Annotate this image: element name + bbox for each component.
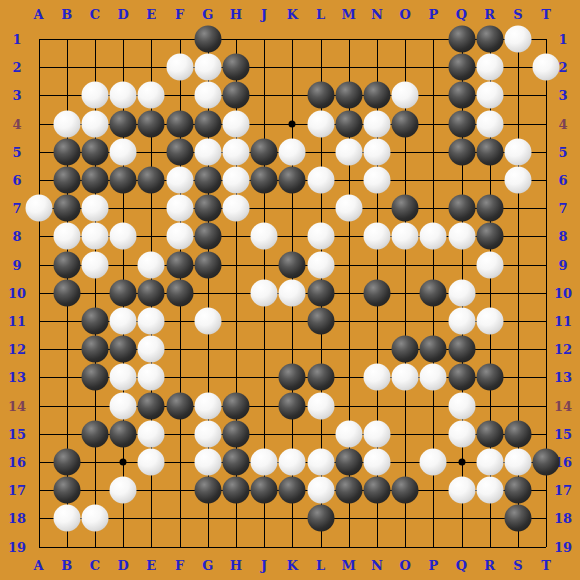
row-label-right: 5 xyxy=(558,144,567,159)
black-stone-R5 xyxy=(476,138,503,165)
white-stone-E12 xyxy=(138,336,165,363)
go-board[interactable]: AABBCCDDEEFFGGHHJJKKLLMMNNOOPPQQRRSSTT11… xyxy=(0,0,580,580)
white-stone-N4 xyxy=(363,110,390,137)
white-stone-E11 xyxy=(138,308,165,335)
col-label-bottom: A xyxy=(33,558,43,573)
black-stone-M16 xyxy=(335,449,362,476)
black-stone-Q7 xyxy=(448,195,475,222)
col-label-bottom: C xyxy=(90,558,100,573)
row-label-right: 18 xyxy=(554,511,572,526)
black-stone-H14 xyxy=(222,392,249,419)
black-stone-B17 xyxy=(53,477,80,504)
black-stone-N17 xyxy=(363,477,390,504)
row-label-left: 1 xyxy=(12,32,21,47)
white-stone-R4 xyxy=(476,110,503,137)
col-label-top: A xyxy=(33,7,43,22)
row-label-left: 17 xyxy=(8,483,26,498)
white-stone-P16 xyxy=(420,449,447,476)
white-stone-E15 xyxy=(138,420,165,447)
white-stone-J16 xyxy=(251,449,278,476)
white-stone-P8 xyxy=(420,223,447,250)
row-label-right: 8 xyxy=(558,229,567,244)
black-stone-H2 xyxy=(222,54,249,81)
black-stone-G9 xyxy=(194,251,221,278)
black-stone-O7 xyxy=(392,195,419,222)
col-label-bottom: L xyxy=(316,558,325,573)
row-label-right: 13 xyxy=(554,370,572,385)
black-stone-D4 xyxy=(110,110,137,137)
white-stone-K16 xyxy=(279,449,306,476)
white-stone-C9 xyxy=(81,251,108,278)
white-stone-F8 xyxy=(166,223,193,250)
black-stone-K13 xyxy=(279,364,306,391)
white-stone-C8 xyxy=(81,223,108,250)
row-label-right: 4 xyxy=(558,116,567,131)
white-stone-D14 xyxy=(110,392,137,419)
black-stone-G1 xyxy=(194,26,221,53)
row-label-left: 10 xyxy=(8,285,26,300)
row-label-right: 14 xyxy=(554,398,572,413)
black-stone-J17 xyxy=(251,477,278,504)
black-stone-B6 xyxy=(53,167,80,194)
black-stone-M17 xyxy=(335,477,362,504)
black-stone-N10 xyxy=(363,279,390,306)
black-stone-O12 xyxy=(392,336,419,363)
row-label-left: 16 xyxy=(8,455,26,470)
black-stone-G8 xyxy=(194,223,221,250)
white-stone-G15 xyxy=(194,420,221,447)
row-label-left: 8 xyxy=(12,229,21,244)
white-stone-N8 xyxy=(363,223,390,250)
col-label-top: M xyxy=(341,7,355,22)
col-label-bottom: P xyxy=(428,558,438,573)
white-stone-O13 xyxy=(392,364,419,391)
white-stone-L16 xyxy=(307,449,334,476)
white-stone-H4 xyxy=(222,110,249,137)
col-label-top: Q xyxy=(456,7,467,22)
black-stone-F10 xyxy=(166,279,193,306)
black-stone-G7 xyxy=(194,195,221,222)
row-label-right: 11 xyxy=(554,314,572,329)
black-stone-F5 xyxy=(166,138,193,165)
black-stone-H17 xyxy=(222,477,249,504)
row-label-left: 15 xyxy=(8,426,26,441)
col-label-bottom: M xyxy=(341,558,355,573)
row-label-right: 10 xyxy=(554,285,572,300)
black-stone-C12 xyxy=(81,336,108,363)
col-label-bottom: D xyxy=(117,558,128,573)
black-stone-J6 xyxy=(251,167,278,194)
black-stone-C15 xyxy=(81,420,108,447)
white-stone-B18 xyxy=(53,505,80,532)
col-label-top: O xyxy=(399,7,410,22)
black-stone-D12 xyxy=(110,336,137,363)
row-label-left: 7 xyxy=(12,201,21,216)
black-stone-H15 xyxy=(222,420,249,447)
white-stone-F2 xyxy=(166,54,193,81)
black-stone-F4 xyxy=(166,110,193,137)
row-label-right: 19 xyxy=(554,539,572,554)
row-label-left: 6 xyxy=(12,173,21,188)
black-stone-N3 xyxy=(363,82,390,109)
black-stone-Q2 xyxy=(448,54,475,81)
col-label-top: N xyxy=(371,7,383,22)
row-label-right: 6 xyxy=(558,173,567,188)
row-label-left: 2 xyxy=(12,60,21,75)
black-stone-E6 xyxy=(138,167,165,194)
col-label-top: L xyxy=(316,7,325,22)
white-stone-M7 xyxy=(335,195,362,222)
white-stone-K10 xyxy=(279,279,306,306)
white-stone-N15 xyxy=(363,420,390,447)
black-stone-B16 xyxy=(53,449,80,476)
col-label-top: T xyxy=(541,7,551,22)
col-label-top: G xyxy=(202,7,213,22)
black-stone-L11 xyxy=(307,308,334,335)
col-label-bottom: E xyxy=(146,558,156,573)
white-stone-R3 xyxy=(476,82,503,109)
black-stone-P12 xyxy=(420,336,447,363)
row-label-left: 12 xyxy=(8,342,26,357)
black-stone-K9 xyxy=(279,251,306,278)
white-stone-L17 xyxy=(307,477,334,504)
white-stone-R16 xyxy=(476,449,503,476)
row-label-left: 19 xyxy=(8,539,26,554)
white-stone-H7 xyxy=(222,195,249,222)
black-stone-L18 xyxy=(307,505,334,532)
black-stone-Q3 xyxy=(448,82,475,109)
row-label-right: 12 xyxy=(554,342,572,357)
black-stone-Q5 xyxy=(448,138,475,165)
col-label-bottom: J xyxy=(261,558,267,573)
row-label-left: 13 xyxy=(8,370,26,385)
black-stone-O4 xyxy=(392,110,419,137)
white-stone-L14 xyxy=(307,392,334,419)
white-stone-G16 xyxy=(194,449,221,476)
black-stone-L10 xyxy=(307,279,334,306)
white-stone-N6 xyxy=(363,167,390,194)
black-stone-G6 xyxy=(194,167,221,194)
white-stone-Q8 xyxy=(448,223,475,250)
row-label-right: 7 xyxy=(558,201,567,216)
col-label-top: F xyxy=(175,7,184,22)
col-label-bottom: G xyxy=(202,558,213,573)
black-stone-E14 xyxy=(138,392,165,419)
white-stone-R9 xyxy=(476,251,503,278)
row-label-left: 9 xyxy=(12,257,21,272)
white-stone-R17 xyxy=(476,477,503,504)
col-label-bottom: K xyxy=(287,558,298,573)
white-stone-E9 xyxy=(138,251,165,278)
black-stone-H3 xyxy=(222,82,249,109)
col-label-bottom: F xyxy=(175,558,184,573)
black-stone-L3 xyxy=(307,82,334,109)
black-stone-C11 xyxy=(81,308,108,335)
black-stone-C13 xyxy=(81,364,108,391)
black-stone-D10 xyxy=(110,279,137,306)
black-stone-R13 xyxy=(476,364,503,391)
white-stone-P13 xyxy=(420,364,447,391)
white-stone-N5 xyxy=(363,138,390,165)
black-stone-S18 xyxy=(504,505,531,532)
white-stone-Q17 xyxy=(448,477,475,504)
white-stone-A7 xyxy=(25,195,52,222)
black-stone-F14 xyxy=(166,392,193,419)
col-label-bottom: R xyxy=(484,558,495,573)
col-label-top: J xyxy=(261,7,267,22)
row-label-right: 9 xyxy=(558,257,567,272)
white-stone-S6 xyxy=(504,167,531,194)
white-stone-C4 xyxy=(81,110,108,137)
white-stone-M15 xyxy=(335,420,362,447)
black-stone-P10 xyxy=(420,279,447,306)
white-stone-H5 xyxy=(222,138,249,165)
white-stone-R11 xyxy=(476,308,503,335)
white-stone-S16 xyxy=(504,449,531,476)
col-label-bottom: H xyxy=(230,558,242,573)
col-label-bottom: N xyxy=(371,558,383,573)
white-stone-R2 xyxy=(476,54,503,81)
white-stone-G5 xyxy=(194,138,221,165)
white-stone-D8 xyxy=(110,223,137,250)
black-stone-L13 xyxy=(307,364,334,391)
white-stone-L6 xyxy=(307,167,334,194)
white-stone-H6 xyxy=(222,167,249,194)
go-app-window: AABBCCDDEEFFGGHHJJKKLLMMNNOOPPQQRRSSTT11… xyxy=(0,0,580,580)
row-label-right: 2 xyxy=(558,60,567,75)
white-stone-M5 xyxy=(335,138,362,165)
white-stone-J10 xyxy=(251,279,278,306)
white-stone-E13 xyxy=(138,364,165,391)
row-label-right: 15 xyxy=(554,426,572,441)
white-stone-L9 xyxy=(307,251,334,278)
black-stone-F9 xyxy=(166,251,193,278)
row-label-left: 5 xyxy=(12,144,21,159)
black-stone-E4 xyxy=(138,110,165,137)
black-stone-K17 xyxy=(279,477,306,504)
black-stone-T16 xyxy=(533,449,560,476)
row-label-right: 1 xyxy=(558,32,567,47)
white-stone-J8 xyxy=(251,223,278,250)
row-label-left: 4 xyxy=(12,116,21,131)
white-stone-B4 xyxy=(53,110,80,137)
grid-line-horizontal xyxy=(39,547,547,548)
star-point xyxy=(458,459,465,466)
black-stone-K6 xyxy=(279,167,306,194)
black-stone-D6 xyxy=(110,167,137,194)
black-stone-R8 xyxy=(476,223,503,250)
row-label-left: 14 xyxy=(8,398,26,413)
white-stone-D3 xyxy=(110,82,137,109)
white-stone-G3 xyxy=(194,82,221,109)
black-stone-R1 xyxy=(476,26,503,53)
white-stone-G2 xyxy=(194,54,221,81)
black-stone-M4 xyxy=(335,110,362,137)
white-stone-F6 xyxy=(166,167,193,194)
black-stone-G4 xyxy=(194,110,221,137)
white-stone-D13 xyxy=(110,364,137,391)
star-point xyxy=(120,459,127,466)
black-stone-H16 xyxy=(222,449,249,476)
row-label-left: 11 xyxy=(8,314,26,329)
col-label-bottom: O xyxy=(399,558,410,573)
black-stone-R15 xyxy=(476,420,503,447)
black-stone-Q13 xyxy=(448,364,475,391)
white-stone-N13 xyxy=(363,364,390,391)
white-stone-C7 xyxy=(81,195,108,222)
black-stone-B9 xyxy=(53,251,80,278)
black-stone-B10 xyxy=(53,279,80,306)
white-stone-E16 xyxy=(138,449,165,476)
white-stone-L8 xyxy=(307,223,334,250)
white-stone-Q10 xyxy=(448,279,475,306)
black-stone-B5 xyxy=(53,138,80,165)
black-stone-G17 xyxy=(194,477,221,504)
col-label-top: P xyxy=(428,7,438,22)
white-stone-D17 xyxy=(110,477,137,504)
row-label-right: 17 xyxy=(554,483,572,498)
white-stone-Q15 xyxy=(448,420,475,447)
col-label-bottom: B xyxy=(61,558,72,573)
black-stone-Q4 xyxy=(448,110,475,137)
col-label-top: C xyxy=(90,7,100,22)
row-label-right: 3 xyxy=(558,88,567,103)
white-stone-O3 xyxy=(392,82,419,109)
white-stone-G11 xyxy=(194,308,221,335)
col-label-top: S xyxy=(513,7,522,22)
grid-line-horizontal xyxy=(39,518,547,519)
black-stone-Q1 xyxy=(448,26,475,53)
black-stone-M3 xyxy=(335,82,362,109)
black-stone-O17 xyxy=(392,477,419,504)
black-stone-C6 xyxy=(81,167,108,194)
row-label-left: 3 xyxy=(12,88,21,103)
col-label-top: E xyxy=(146,7,156,22)
white-stone-O8 xyxy=(392,223,419,250)
col-label-bottom: T xyxy=(541,558,551,573)
white-stone-B8 xyxy=(53,223,80,250)
black-stone-S15 xyxy=(504,420,531,447)
col-label-top: R xyxy=(484,7,495,22)
black-stone-C5 xyxy=(81,138,108,165)
black-stone-B7 xyxy=(53,195,80,222)
col-label-bottom: Q xyxy=(456,558,467,573)
white-stone-S5 xyxy=(504,138,531,165)
col-label-bottom: S xyxy=(513,558,522,573)
white-stone-D11 xyxy=(110,308,137,335)
white-stone-L4 xyxy=(307,110,334,137)
white-stone-F7 xyxy=(166,195,193,222)
white-stone-G14 xyxy=(194,392,221,419)
white-stone-C18 xyxy=(81,505,108,532)
black-stone-J5 xyxy=(251,138,278,165)
col-label-top: D xyxy=(117,7,128,22)
black-stone-Q12 xyxy=(448,336,475,363)
col-label-top: B xyxy=(61,7,72,22)
white-stone-Q11 xyxy=(448,308,475,335)
white-stone-S1 xyxy=(504,26,531,53)
white-stone-E3 xyxy=(138,82,165,109)
white-stone-D5 xyxy=(110,138,137,165)
white-stone-Q14 xyxy=(448,392,475,419)
white-stone-C3 xyxy=(81,82,108,109)
white-stone-K5 xyxy=(279,138,306,165)
black-stone-S17 xyxy=(504,477,531,504)
row-label-left: 18 xyxy=(8,511,26,526)
black-stone-D15 xyxy=(110,420,137,447)
white-stone-N16 xyxy=(363,449,390,476)
col-label-top: H xyxy=(230,7,242,22)
black-stone-E10 xyxy=(138,279,165,306)
col-label-top: K xyxy=(287,7,298,22)
star-point xyxy=(289,120,296,127)
black-stone-R7 xyxy=(476,195,503,222)
black-stone-K14 xyxy=(279,392,306,419)
white-stone-T2 xyxy=(533,54,560,81)
